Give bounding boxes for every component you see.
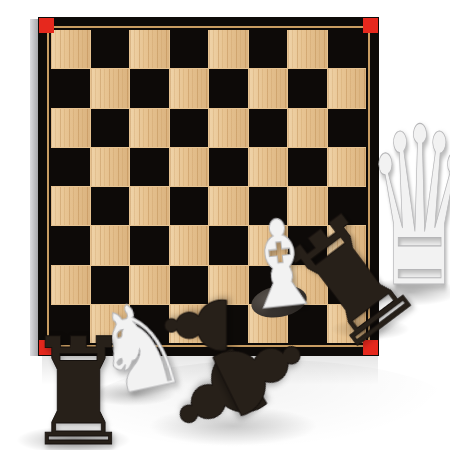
square-f7[interactable] — [249, 69, 288, 107]
square-c6[interactable] — [130, 109, 169, 147]
square-a4[interactable] — [51, 187, 90, 225]
corner-marker-top-left — [39, 18, 54, 33]
square-b7[interactable] — [91, 69, 130, 107]
square-e5[interactable] — [209, 148, 248, 186]
product-photo-stage: ♛ ♜ ♝ ♟ ♞ ♟ ♟ ♜ — [0, 0, 450, 450]
square-d4[interactable] — [170, 187, 209, 225]
square-f8[interactable] — [249, 30, 288, 68]
square-d6[interactable] — [170, 109, 209, 147]
square-a3[interactable] — [51, 226, 90, 264]
square-a7[interactable] — [51, 69, 90, 107]
square-d5[interactable] — [170, 148, 209, 186]
square-c3[interactable] — [130, 226, 169, 264]
square-h8[interactable] — [328, 30, 367, 68]
square-b6[interactable] — [91, 109, 130, 147]
square-c5[interactable] — [130, 148, 169, 186]
square-b3[interactable] — [91, 226, 130, 264]
square-a8[interactable] — [51, 30, 90, 68]
square-g5[interactable] — [288, 148, 327, 186]
square-e8[interactable] — [209, 30, 248, 68]
square-c4[interactable] — [130, 187, 169, 225]
square-e6[interactable] — [209, 109, 248, 147]
square-d8[interactable] — [170, 30, 209, 68]
square-e7[interactable] — [209, 69, 248, 107]
square-a6[interactable] — [51, 109, 90, 147]
square-b4[interactable] — [91, 187, 130, 225]
corner-marker-top-right — [363, 18, 378, 33]
square-f5[interactable] — [249, 148, 288, 186]
square-f6[interactable] — [249, 109, 288, 147]
square-g7[interactable] — [288, 69, 327, 107]
square-d3[interactable] — [170, 226, 209, 264]
square-h7[interactable] — [328, 69, 367, 107]
square-b5[interactable] — [91, 148, 130, 186]
square-g6[interactable] — [288, 109, 327, 147]
square-d7[interactable] — [170, 69, 209, 107]
square-h6[interactable] — [328, 109, 367, 147]
square-c7[interactable] — [130, 69, 169, 107]
black-rook-standing-piece[interactable]: ♜ — [25, 319, 131, 450]
square-b8[interactable] — [91, 30, 130, 68]
board-side-edge — [30, 19, 38, 356]
square-c8[interactable] — [130, 30, 169, 68]
square-g8[interactable] — [288, 30, 327, 68]
square-a5[interactable] — [51, 148, 90, 186]
